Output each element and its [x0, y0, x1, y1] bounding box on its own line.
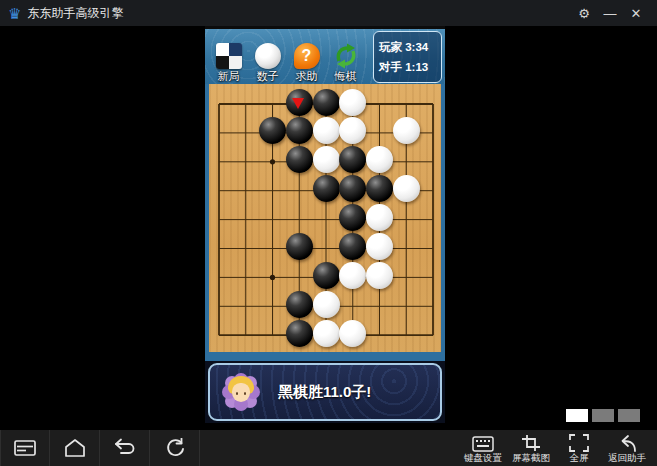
- last-move-marker: [292, 98, 304, 109]
- black-stone: [313, 89, 340, 116]
- white-stone: [313, 291, 340, 318]
- fullscreen-button[interactable]: 全屏: [555, 434, 603, 463]
- avatar-face: [232, 383, 250, 402]
- screen-bottom-strip: [205, 423, 445, 429]
- home-button[interactable]: [50, 430, 100, 466]
- count-stones-button[interactable]: 数子: [248, 31, 287, 83]
- game-clock: 玩家 3:34 对手 1:13: [373, 31, 442, 83]
- white-stone: [339, 320, 366, 347]
- white-stone: [313, 146, 340, 173]
- menu-icon: [12, 438, 38, 458]
- assistant-actions: 键盘设置 屏幕截图 全屏 返回助手: [459, 434, 657, 463]
- question-bubble-icon: ?: [294, 43, 320, 69]
- page-indicator-1[interactable]: [566, 409, 588, 422]
- screenshot-button[interactable]: 屏幕截图: [507, 434, 555, 463]
- result-panel: 黑棋胜11.0子!: [208, 363, 442, 421]
- white-stone: [366, 204, 393, 231]
- return-assistant-button[interactable]: 返回助手: [603, 434, 651, 463]
- android-nav-buttons: [0, 430, 200, 466]
- go-board[interactable]: [209, 84, 441, 352]
- keyboard-settings-button[interactable]: 键盘设置: [459, 436, 507, 463]
- fullscreen-icon: [569, 434, 589, 452]
- undo-move-button[interactable]: 悔棋: [326, 31, 365, 83]
- window-titlebar: ♛ 东东助手高级引擎 ⚙ — ✕: [0, 0, 657, 26]
- return-assistant-label: 返回助手: [608, 452, 646, 463]
- close-button[interactable]: ✕: [623, 0, 649, 26]
- white-stone: [339, 89, 366, 116]
- emulator-screen: 新局 数子 ? 求助 悔棋 玩家 3:34 对手 1:13: [205, 26, 445, 430]
- emulator-bottom-bar: 键盘设置 屏幕截图 全屏 返回助手: [0, 430, 657, 466]
- white-stone-icon: [255, 43, 281, 69]
- assistant-avatar: [218, 369, 264, 415]
- white-stone: [313, 117, 340, 144]
- black-stone: [286, 117, 313, 144]
- opponent-clock: 对手 1:13: [379, 60, 436, 75]
- new-game-button[interactable]: 新局: [209, 31, 248, 83]
- black-stone: [286, 146, 313, 173]
- new-game-label: 新局: [218, 70, 240, 82]
- avatar-eye: [244, 392, 246, 395]
- black-stone: [313, 175, 340, 202]
- white-stone: [393, 175, 420, 202]
- black-stone: [366, 175, 393, 202]
- fullscreen-label: 全屏: [570, 452, 589, 463]
- app-logo-icon: ♛: [8, 6, 21, 21]
- ask-help-button[interactable]: ? 求助: [287, 31, 326, 83]
- refresh-icon: [164, 438, 186, 458]
- count-stones-label: 数子: [257, 70, 279, 82]
- back-icon: [113, 438, 137, 458]
- go-app-toolbar: 新局 数子 ? 求助 悔棋 玩家 3:34 对手 1:13: [205, 26, 445, 84]
- crop-screenshot-icon: [521, 434, 541, 452]
- page-indicator-3[interactable]: [618, 409, 640, 422]
- undo-move-label: 悔棋: [335, 70, 357, 82]
- minimize-button[interactable]: —: [597, 0, 623, 26]
- black-stone: [313, 262, 340, 289]
- message-area: 黑棋胜11.0子!: [205, 361, 445, 423]
- white-stone: [366, 262, 393, 289]
- keyboard-settings-label: 键盘设置: [464, 452, 502, 463]
- window-title: 东东助手高级引擎: [27, 5, 123, 22]
- board-background: [205, 84, 445, 361]
- page-indicator-2[interactable]: [592, 409, 614, 422]
- black-stone: [286, 291, 313, 318]
- white-stone: [313, 320, 340, 347]
- settings-gear-icon[interactable]: ⚙: [571, 0, 597, 26]
- keyboard-icon: [472, 436, 494, 452]
- white-stone: [393, 117, 420, 144]
- ask-help-label: 求助: [296, 70, 318, 82]
- result-text: 黑棋胜11.0子!: [278, 383, 371, 402]
- home-icon: [63, 438, 87, 458]
- undo-arrows-icon: [333, 43, 359, 69]
- player-clock: 玩家 3:34: [379, 40, 436, 55]
- return-arrow-icon: [616, 434, 638, 452]
- screenshot-label: 屏幕截图: [512, 452, 550, 463]
- back-button[interactable]: [100, 430, 150, 466]
- black-stone: [286, 320, 313, 347]
- page-indicators: [562, 409, 640, 422]
- white-stone: [339, 262, 366, 289]
- window-controls: ⚙ — ✕: [571, 0, 649, 26]
- new-game-board-icon: [216, 43, 242, 69]
- menu-button[interactable]: [0, 430, 50, 466]
- black-stone: [286, 233, 313, 260]
- white-stone: [366, 233, 393, 260]
- avatar-eye: [236, 392, 238, 395]
- refresh-button[interactable]: [150, 430, 200, 466]
